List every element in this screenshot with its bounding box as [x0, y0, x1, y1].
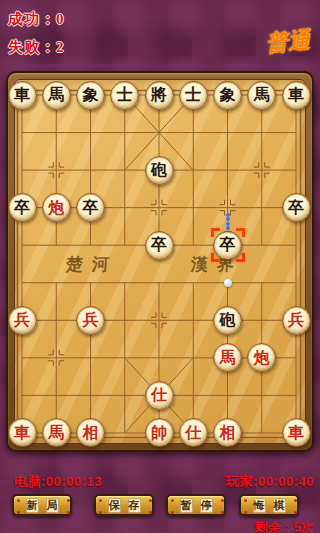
selection-marker — [211, 228, 245, 262]
piece-black-general[interactable]: 將 — [145, 81, 174, 110]
piece-red-general[interactable]: 帥 — [145, 418, 174, 447]
piece-black-cannon[interactable]: 砲 — [213, 306, 242, 335]
fail-label: 失败： — [8, 39, 56, 55]
piece-red-soldier[interactable]: 兵 — [76, 306, 105, 335]
success-value: 0 — [56, 11, 65, 27]
player-label: 玩家: — [226, 474, 258, 489]
piece-black-soldier[interactable]: 卒 — [8, 193, 37, 222]
piece-red-cannon[interactable]: 炮 — [42, 193, 71, 222]
undo-button[interactable]: 悔棋 — [239, 494, 299, 516]
new-game-button[interactable]: 新局 — [12, 494, 72, 516]
piece-red-chariot[interactable]: 車 — [282, 418, 311, 447]
button-char: 局 — [46, 498, 59, 513]
selection-corner — [211, 253, 220, 262]
piece-black-horse[interactable]: 馬 — [247, 81, 276, 110]
fail-value: 2 — [56, 39, 65, 55]
piece-black-elephant[interactable]: 象 — [213, 81, 242, 110]
save-button[interactable]: 保存 — [94, 494, 154, 516]
piece-red-soldier[interactable]: 兵 — [8, 306, 37, 335]
piece-black-chariot[interactable]: 車 — [8, 81, 37, 110]
button-char: 棋 — [273, 498, 286, 513]
button-char: 存 — [128, 498, 141, 513]
last-move-trail-dot — [226, 217, 230, 221]
computer-time: 00:00:13 — [46, 474, 102, 489]
piece-red-advisor[interactable]: 仕 — [145, 381, 174, 410]
button-char: 停 — [200, 498, 213, 513]
undo-remaining: 剩余：5次 — [255, 519, 314, 533]
selection-corner — [211, 228, 220, 237]
river-label-left: 楚河 — [65, 253, 119, 276]
pause-button[interactable]: 暂停 — [166, 494, 226, 516]
player-timer: 玩家:00:00:40 — [226, 473, 314, 491]
piece-red-chariot[interactable]: 車 — [8, 418, 37, 447]
difficulty-badge: 普通 — [265, 25, 311, 59]
piece-black-advisor[interactable]: 士 — [110, 81, 139, 110]
computer-timer: 电脑:00:00:13 — [14, 473, 102, 491]
last-move-trail-dot — [226, 213, 230, 217]
success-label: 成功： — [8, 11, 56, 27]
move-hint-dot[interactable] — [224, 279, 232, 287]
success-counter: 成功：0 — [8, 10, 65, 29]
piece-black-soldier[interactable]: 卒 — [145, 231, 174, 260]
button-char: 悔 — [253, 498, 266, 513]
fail-counter: 失败：2 — [8, 38, 65, 57]
button-char: 保 — [108, 498, 121, 513]
piece-red-horse[interactable]: 馬 — [42, 418, 71, 447]
last-move-trail-dot — [226, 222, 230, 226]
button-char: 新 — [26, 498, 39, 513]
piece-black-chariot[interactable]: 車 — [282, 81, 311, 110]
piece-black-horse[interactable]: 馬 — [42, 81, 71, 110]
remaining-label: 剩余： — [255, 520, 294, 533]
button-char: 暂 — [180, 498, 193, 513]
xiangqi-board[interactable]: 楚河 漢界 車馬象士將士象馬車砲卒炮卒卒卒卒兵兵砲兵馬炮仕車馬相帥仕相車 — [6, 71, 314, 452]
remaining-value: 5次 — [294, 520, 314, 533]
computer-label: 电脑: — [14, 474, 46, 489]
piece-black-cannon[interactable]: 砲 — [145, 156, 174, 185]
piece-red-soldier[interactable]: 兵 — [282, 306, 311, 335]
selection-corner — [236, 253, 245, 262]
piece-red-advisor[interactable]: 仕 — [179, 418, 208, 447]
player-time: 00:00:40 — [258, 474, 314, 489]
piece-black-advisor[interactable]: 士 — [179, 81, 208, 110]
piece-black-soldier[interactable]: 卒 — [282, 193, 311, 222]
piece-black-elephant[interactable]: 象 — [76, 81, 105, 110]
piece-black-soldier[interactable]: 卒 — [76, 193, 105, 222]
selection-corner — [236, 228, 245, 237]
